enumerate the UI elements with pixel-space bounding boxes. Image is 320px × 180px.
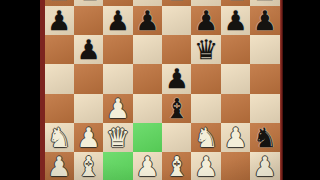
piece-white-pawn-a2[interactable]: ♟ (45, 152, 74, 180)
square-h5[interactable] (250, 64, 279, 93)
square-d4[interactable] (133, 94, 162, 123)
square-e2[interactable]: ♝ (162, 152, 191, 180)
board-border-right (280, 0, 283, 180)
square-g5[interactable] (221, 64, 250, 93)
square-f7[interactable]: ♟ (191, 6, 220, 35)
piece-white-pawn-b3[interactable]: ♟ (74, 123, 103, 152)
square-b2[interactable]: ♝ (74, 152, 103, 180)
piece-white-knight-a3[interactable]: ♞ (45, 123, 74, 152)
square-a7[interactable]: ♟ (45, 6, 74, 35)
piece-white-pawn-d2[interactable]: ♟ (133, 152, 162, 180)
square-g3[interactable]: ♟ (221, 123, 250, 152)
square-b7[interactable] (74, 6, 103, 35)
square-g6[interactable] (221, 35, 250, 64)
square-b5[interactable] (74, 64, 103, 93)
square-c6[interactable] (103, 35, 132, 64)
square-d7[interactable]: ♟ (133, 6, 162, 35)
square-d2[interactable]: ♟ (133, 152, 162, 180)
piece-white-queen-c3[interactable]: ♛ (103, 123, 132, 152)
square-e3[interactable] (162, 123, 191, 152)
piece-black-pawn-g7[interactable]: ♟ (221, 6, 250, 35)
piece-black-knight-h3[interactable]: ♞ (250, 123, 279, 152)
square-a4[interactable] (45, 94, 74, 123)
square-a2[interactable]: ♟ (45, 152, 74, 180)
square-f6[interactable]: ♛ (191, 35, 220, 64)
piece-black-pawn-h7[interactable]: ♟ (250, 6, 279, 35)
piece-black-pawn-b6[interactable]: ♟ (74, 35, 103, 64)
square-f2[interactable]: ♟ (191, 152, 220, 180)
piece-black-pawn-e5[interactable]: ♟ (162, 64, 191, 93)
square-f3[interactable]: ♞ (191, 123, 220, 152)
board-border-left (40, 0, 45, 180)
square-g2[interactable] (221, 152, 250, 180)
piece-black-queen-f6[interactable]: ♛ (191, 35, 220, 64)
piece-black-pawn-f7[interactable]: ♟ (191, 6, 220, 35)
square-c5[interactable] (103, 64, 132, 93)
square-d6[interactable] (133, 35, 162, 64)
square-d5[interactable] (133, 64, 162, 93)
square-b4[interactable] (74, 94, 103, 123)
square-f4[interactable] (191, 94, 220, 123)
square-h7[interactable]: ♟ (250, 6, 279, 35)
square-b6[interactable]: ♟ (74, 35, 103, 64)
square-g4[interactable] (221, 94, 250, 123)
square-b3[interactable]: ♟ (74, 123, 103, 152)
chess-board[interactable]: ♜♞♚♞♜♟♟♟♟♟♟♟♛♟♟♝♞♟♛♞♟♞♟♝♟♝♟♟ (40, 0, 283, 180)
square-c3[interactable]: ♛ (103, 123, 132, 152)
square-a3[interactable]: ♞ (45, 123, 74, 152)
square-c2[interactable] (103, 152, 132, 180)
piece-white-pawn-f2[interactable]: ♟ (191, 152, 220, 180)
video-frame: ♜♞♚♞♜♟♟♟♟♟♟♟♛♟♟♝♞♟♛♞♟♞♟♝♟♝♟♟ (0, 0, 320, 180)
board-grid[interactable]: ♜♞♚♞♜♟♟♟♟♟♟♟♛♟♟♝♞♟♛♞♟♞♟♝♟♝♟♟ (45, 0, 280, 180)
square-a5[interactable] (45, 64, 74, 93)
piece-white-pawn-c4[interactable]: ♟ (103, 94, 132, 123)
square-h4[interactable] (250, 94, 279, 123)
square-h3[interactable]: ♞ (250, 123, 279, 152)
piece-black-bishop-e4[interactable]: ♝ (162, 94, 191, 123)
square-h6[interactable] (250, 35, 279, 64)
square-g7[interactable]: ♟ (221, 6, 250, 35)
piece-white-bishop-b2[interactable]: ♝ (74, 152, 103, 180)
piece-black-pawn-d7[interactable]: ♟ (133, 6, 162, 35)
square-a6[interactable] (45, 35, 74, 64)
square-h2[interactable]: ♟ (250, 152, 279, 180)
square-e6[interactable] (162, 35, 191, 64)
piece-white-pawn-h2[interactable]: ♟ (250, 152, 279, 180)
piece-white-pawn-g3[interactable]: ♟ (221, 123, 250, 152)
square-e5[interactable]: ♟ (162, 64, 191, 93)
piece-white-knight-f3[interactable]: ♞ (191, 123, 220, 152)
square-e4[interactable]: ♝ (162, 94, 191, 123)
square-c7[interactable]: ♟ (103, 6, 132, 35)
piece-black-pawn-a7[interactable]: ♟ (45, 6, 74, 35)
piece-black-pawn-c7[interactable]: ♟ (103, 6, 132, 35)
letterbox-left (0, 0, 40, 180)
square-f5[interactable] (191, 64, 220, 93)
square-e7[interactable] (162, 6, 191, 35)
square-c4[interactable]: ♟ (103, 94, 132, 123)
square-d3[interactable] (133, 123, 162, 152)
piece-white-bishop-e2[interactable]: ♝ (162, 152, 191, 180)
letterbox-right (283, 0, 320, 180)
